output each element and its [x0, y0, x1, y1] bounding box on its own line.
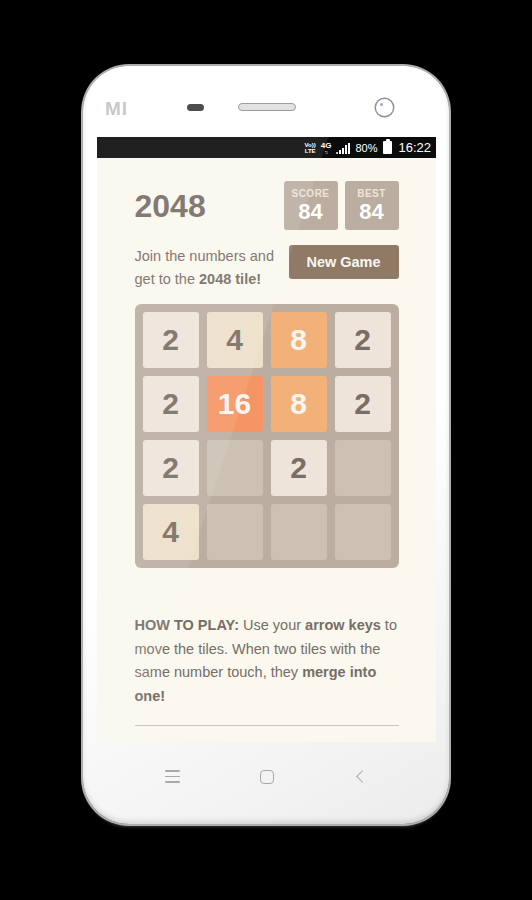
- menu-icon: [165, 770, 180, 782]
- tile-16-r2c2: 16: [207, 376, 263, 432]
- empty-cell-r3c4: [335, 440, 391, 496]
- phone-top-bezel: MI: [83, 66, 449, 137]
- tile-8-r1c3: 8: [271, 312, 327, 368]
- nav-bar: [83, 742, 449, 824]
- back-button[interactable]: [354, 769, 367, 784]
- phone-frame: MI Vo)) LTE 4G ↑↓ 80% 16:22 2048: [83, 66, 449, 824]
- tile-2-r2c1: 2: [143, 376, 199, 432]
- mi-logo: MI: [105, 99, 128, 120]
- tile-2-r1c4: 2: [335, 312, 391, 368]
- how-to-play-text: HOW TO PLAY: Use your arrow keys to move…: [135, 614, 399, 708]
- empty-cell-r4c4: [335, 504, 391, 560]
- best-box: BEST 84: [345, 181, 399, 230]
- tile-8-r2c3: 8: [271, 376, 327, 432]
- intro-text: Join the numbers and get to the 2048 til…: [135, 245, 274, 291]
- tile-4-r1c2: 4: [207, 312, 263, 368]
- best-value: 84: [345, 199, 399, 225]
- tile-2-r3c1: 2: [143, 440, 199, 496]
- page-background: { "game": "2048", "position": "2,4,8,2/2…: [0, 0, 532, 900]
- tile-4-r4c1: 4: [143, 504, 199, 560]
- best-label: BEST: [345, 188, 399, 199]
- battery-percent-label: 80%: [355, 142, 377, 154]
- score-label: SCORE: [284, 188, 338, 199]
- game-area: 2048 SCORE 84 BEST 84 Join the numbers a…: [97, 158, 436, 726]
- new-game-button[interactable]: New Game: [289, 245, 399, 279]
- battery-icon: [383, 141, 392, 154]
- board-grid[interactable]: 248221682224: [135, 304, 399, 568]
- earpiece-speaker: [238, 103, 296, 111]
- score-box: SCORE 84: [284, 181, 338, 230]
- front-camera-icon: [376, 99, 393, 116]
- volte-icon: Vo)) LTE: [305, 142, 316, 154]
- clock-label: 16:22: [398, 140, 431, 155]
- tile-2-r3c3: 2: [271, 440, 327, 496]
- score-value: 84: [284, 199, 338, 225]
- empty-cell-r4c3: [271, 504, 327, 560]
- network-4g-icon: 4G ↑↓: [321, 142, 332, 154]
- proximity-sensor: [187, 104, 204, 111]
- empty-cell-r4c2: [207, 504, 263, 560]
- status-bar: Vo)) LTE 4G ↑↓ 80% 16:22: [97, 137, 436, 158]
- game-header: 2048 SCORE 84 BEST 84: [135, 181, 399, 231]
- phone-screen: Vo)) LTE 4G ↑↓ 80% 16:22 2048 SCORE: [97, 137, 436, 742]
- tile-2-r2c4: 2: [335, 376, 391, 432]
- tile-2-r1c1: 2: [143, 312, 199, 368]
- page-title: 2048: [135, 181, 206, 231]
- divider: [135, 725, 399, 726]
- menu-button[interactable]: [165, 769, 180, 784]
- signal-bars-icon: [336, 142, 350, 154]
- home-button[interactable]: [260, 769, 274, 784]
- empty-cell-r3c2: [207, 440, 263, 496]
- back-icon: [356, 770, 369, 783]
- home-icon: [260, 770, 274, 784]
